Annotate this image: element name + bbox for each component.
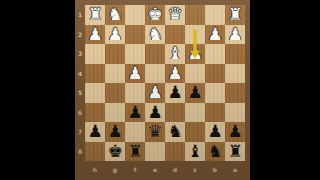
white-pawn-d4[interactable]: ♟ bbox=[167, 63, 182, 83]
square-f4[interactable]: ♟ bbox=[125, 64, 145, 84]
square-d1[interactable]: ♛ bbox=[165, 5, 185, 25]
black-knight-b8[interactable]: ♞ bbox=[207, 141, 222, 161]
square-g6[interactable] bbox=[105, 103, 125, 123]
square-g4[interactable] bbox=[105, 64, 125, 84]
square-a8[interactable]: ♜ bbox=[225, 142, 245, 162]
white-pawn-c3[interactable]: ♟ bbox=[187, 44, 202, 64]
square-b7[interactable]: ♟ bbox=[205, 122, 225, 142]
rank-label-4: 4 bbox=[75, 64, 85, 84]
square-b1[interactable] bbox=[205, 5, 225, 25]
square-f6[interactable]: ♟ bbox=[125, 103, 145, 123]
square-a5[interactable] bbox=[225, 83, 245, 103]
square-c6[interactable] bbox=[185, 103, 205, 123]
square-d5[interactable]: ♟ bbox=[165, 83, 185, 103]
white-pawn-h2[interactable]: ♟ bbox=[87, 24, 102, 44]
square-e1[interactable]: ♚ bbox=[145, 5, 165, 25]
file-label-d: d bbox=[165, 161, 185, 180]
chess-board: 12345678 ♜♞♚♛♜♟♟♞♟♟♝♟♟♟♟♟♟♟♟♟♟♛♞♟♟♚♜♝♞♜ … bbox=[75, 0, 250, 180]
square-a6[interactable] bbox=[225, 103, 245, 123]
white-king-e1[interactable]: ♚ bbox=[147, 5, 162, 25]
square-d3[interactable]: ♝ bbox=[165, 44, 185, 64]
rank-labels: 12345678 bbox=[75, 5, 85, 161]
square-h6[interactable] bbox=[85, 103, 105, 123]
black-king-g8[interactable]: ♚ bbox=[107, 141, 122, 161]
black-pawn-c5[interactable]: ♟ bbox=[187, 83, 202, 103]
video-letterbox-stage: 12345678 ♜♞♚♛♜♟♟♞♟♟♝♟♟♟♟♟♟♟♟♟♟♛♞♟♟♚♜♝♞♜ … bbox=[0, 0, 320, 180]
black-pawn-a7[interactable]: ♟ bbox=[227, 122, 242, 142]
square-h4[interactable] bbox=[85, 64, 105, 84]
square-b6[interactable] bbox=[205, 103, 225, 123]
square-f2[interactable] bbox=[125, 25, 145, 45]
square-d2[interactable] bbox=[165, 25, 185, 45]
square-f3[interactable] bbox=[125, 44, 145, 64]
rank-label-1: 1 bbox=[75, 5, 85, 25]
black-pawn-d5[interactable]: ♟ bbox=[167, 83, 182, 103]
square-c1[interactable] bbox=[185, 5, 205, 25]
square-b2[interactable]: ♟ bbox=[205, 25, 225, 45]
square-g2[interactable]: ♟ bbox=[105, 25, 125, 45]
white-knight-e2[interactable]: ♞ bbox=[147, 24, 162, 44]
square-h7[interactable]: ♟ bbox=[85, 122, 105, 142]
square-g7[interactable]: ♟ bbox=[105, 122, 125, 142]
squares: ♜♞♚♛♜♟♟♞♟♟♝♟♟♟♟♟♟♟♟♟♟♛♞♟♟♚♜♝♞♜ bbox=[85, 5, 245, 161]
square-a4[interactable] bbox=[225, 64, 245, 84]
white-rook-a1[interactable]: ♜ bbox=[227, 5, 242, 25]
square-h1[interactable]: ♜ bbox=[85, 5, 105, 25]
square-f8[interactable]: ♜ bbox=[125, 142, 145, 162]
white-rook-h1[interactable]: ♜ bbox=[87, 5, 102, 25]
black-pawn-g7[interactable]: ♟ bbox=[107, 122, 122, 142]
file-labels: hgfedcba bbox=[85, 161, 245, 180]
square-b3[interactable] bbox=[205, 44, 225, 64]
square-h5[interactable] bbox=[85, 83, 105, 103]
square-c2[interactable] bbox=[185, 25, 205, 45]
square-a3[interactable] bbox=[225, 44, 245, 64]
file-label-b: b bbox=[205, 161, 225, 180]
rank-label-6: 6 bbox=[75, 103, 85, 123]
black-pawn-e6[interactable]: ♟ bbox=[147, 102, 162, 122]
black-pawn-h7[interactable]: ♟ bbox=[87, 122, 102, 142]
square-e5[interactable]: ♟ bbox=[145, 83, 165, 103]
black-bishop-c8[interactable]: ♝ bbox=[187, 141, 202, 161]
square-g5[interactable] bbox=[105, 83, 125, 103]
square-e2[interactable]: ♞ bbox=[145, 25, 165, 45]
white-pawn-f4[interactable]: ♟ bbox=[127, 63, 142, 83]
white-queen-d1[interactable]: ♛ bbox=[167, 5, 182, 25]
square-a7[interactable]: ♟ bbox=[225, 122, 245, 142]
rank-label-3: 3 bbox=[75, 44, 85, 64]
file-label-g: g bbox=[105, 161, 125, 180]
square-b4[interactable] bbox=[205, 64, 225, 84]
black-rook-a8[interactable]: ♜ bbox=[227, 141, 242, 161]
square-c3[interactable]: ♟ bbox=[185, 44, 205, 64]
square-a2[interactable]: ♟ bbox=[225, 25, 245, 45]
white-bishop-d3[interactable]: ♝ bbox=[167, 44, 182, 64]
black-pawn-b7[interactable]: ♟ bbox=[207, 122, 222, 142]
square-h8[interactable] bbox=[85, 142, 105, 162]
square-f1[interactable] bbox=[125, 5, 145, 25]
rank-label-5: 5 bbox=[75, 83, 85, 103]
square-e4[interactable] bbox=[145, 64, 165, 84]
rank-label-7: 7 bbox=[75, 122, 85, 142]
square-d6[interactable] bbox=[165, 103, 185, 123]
white-pawn-b2[interactable]: ♟ bbox=[207, 24, 222, 44]
square-d7[interactable]: ♞ bbox=[165, 122, 185, 142]
square-c7[interactable] bbox=[185, 122, 205, 142]
square-e6[interactable]: ♟ bbox=[145, 103, 165, 123]
file-label-e: e bbox=[145, 161, 165, 180]
square-c5[interactable]: ♟ bbox=[185, 83, 205, 103]
square-g1[interactable]: ♞ bbox=[105, 5, 125, 25]
square-g8[interactable]: ♚ bbox=[105, 142, 125, 162]
white-knight-g1[interactable]: ♞ bbox=[107, 5, 122, 25]
square-h3[interactable] bbox=[85, 44, 105, 64]
square-b8[interactable]: ♞ bbox=[205, 142, 225, 162]
rank-label-2: 2 bbox=[75, 25, 85, 45]
black-rook-f8[interactable]: ♜ bbox=[127, 141, 142, 161]
square-c8[interactable]: ♝ bbox=[185, 142, 205, 162]
black-knight-d7[interactable]: ♞ bbox=[167, 122, 182, 142]
black-pawn-f6[interactable]: ♟ bbox=[127, 102, 142, 122]
file-label-a: a bbox=[225, 161, 245, 180]
file-label-c: c bbox=[185, 161, 205, 180]
square-d4[interactable]: ♟ bbox=[165, 64, 185, 84]
rank-label-8: 8 bbox=[75, 142, 85, 162]
square-g3[interactable] bbox=[105, 44, 125, 64]
square-e8[interactable] bbox=[145, 142, 165, 162]
square-e3[interactable] bbox=[145, 44, 165, 64]
square-f7[interactable] bbox=[125, 122, 145, 142]
file-label-h: h bbox=[85, 161, 105, 180]
square-d8[interactable] bbox=[165, 142, 185, 162]
square-f5[interactable] bbox=[125, 83, 145, 103]
square-e7[interactable]: ♛ bbox=[145, 122, 165, 142]
black-queen-e7[interactable]: ♛ bbox=[147, 122, 162, 142]
white-pawn-e5[interactable]: ♟ bbox=[147, 83, 162, 103]
file-label-f: f bbox=[125, 161, 145, 180]
square-a1[interactable]: ♜ bbox=[225, 5, 245, 25]
white-pawn-a2[interactable]: ♟ bbox=[227, 24, 242, 44]
square-b5[interactable] bbox=[205, 83, 225, 103]
square-c4[interactable] bbox=[185, 64, 205, 84]
square-h2[interactable]: ♟ bbox=[85, 25, 105, 45]
white-pawn-g2[interactable]: ♟ bbox=[107, 24, 122, 44]
